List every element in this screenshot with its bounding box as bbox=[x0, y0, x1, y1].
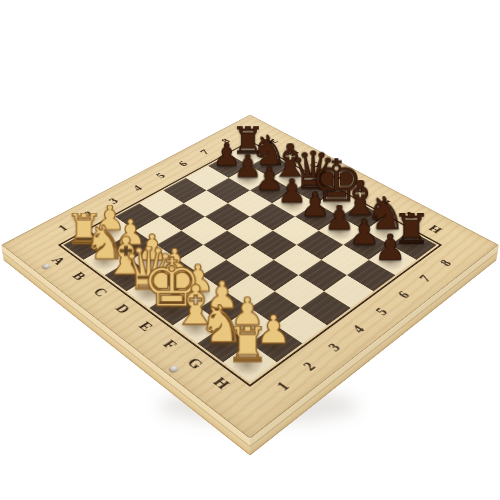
black-pawn-icon: ♟ bbox=[351, 233, 430, 262]
product-photo-scene: ABCDEFGH ABCDEFGH 12345678 12345678 ♜♞♝♛… bbox=[0, 0, 500, 500]
chess-board: ABCDEFGH ABCDEFGH 12345678 12345678 ♜♞♝♛… bbox=[1, 115, 499, 439]
white-rook-icon: ♜ bbox=[203, 326, 292, 365]
